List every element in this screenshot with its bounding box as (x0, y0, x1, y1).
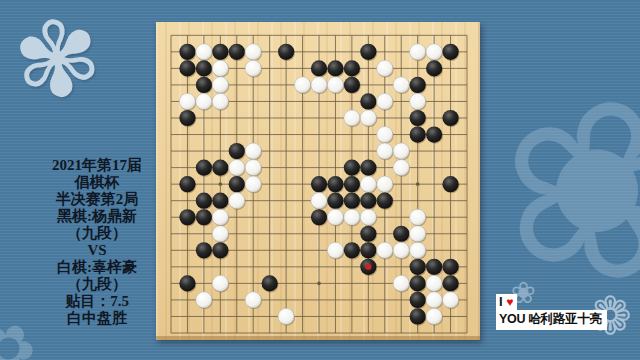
white-stone (245, 44, 261, 60)
heart-icon: ♥ (506, 295, 513, 309)
black-stone (229, 44, 245, 60)
watermark-text: YOU 哈利路亚十亮 (496, 310, 607, 330)
white-stone (393, 143, 409, 159)
white-stone (377, 143, 393, 159)
white-stone (245, 176, 261, 192)
white-stone (410, 226, 426, 242)
white-stone (410, 242, 426, 258)
black-stone (442, 110, 458, 126)
vs-line: VS (22, 242, 172, 259)
white-stone (212, 226, 228, 242)
black-stone (377, 193, 393, 209)
event-name-line: 倡棋杯 (22, 174, 172, 191)
black-stone (344, 242, 360, 258)
go-board (156, 22, 480, 340)
black-stone (262, 275, 278, 291)
white-stone (179, 93, 195, 109)
channel-watermark: I ♥ YOU 哈利路亚十亮 (496, 292, 607, 330)
black-stone (344, 77, 360, 93)
white-stone (245, 160, 261, 176)
black-stone (360, 226, 376, 242)
video-frame: ✾ ❀ ❁ ❀ ✿ 2021年第17届 倡棋杯 半决赛第2局 黑棋:杨鼎新 （九… (0, 0, 640, 360)
black-stone (426, 60, 442, 76)
white-stone (229, 193, 245, 209)
black-stone (442, 259, 458, 275)
black-stone (327, 176, 343, 192)
white-stone (344, 110, 360, 126)
white-stone (377, 176, 393, 192)
black-stone (179, 209, 195, 225)
black-stone (179, 60, 195, 76)
black-stone (311, 209, 327, 225)
black-stone (179, 176, 195, 192)
black-stone (344, 193, 360, 209)
black-stone (410, 292, 426, 308)
white-stone (360, 176, 376, 192)
round-line: 半决赛第2局 (22, 191, 172, 208)
komi-line: 贴目：7.5 (22, 293, 172, 310)
black-stone (278, 44, 294, 60)
watermark-top-row: I ♥ (496, 294, 517, 310)
black-stone (344, 176, 360, 192)
black-stone (311, 60, 327, 76)
white-stone (377, 126, 393, 142)
white-stone (442, 292, 458, 308)
black-stone (410, 77, 426, 93)
white-stone (212, 93, 228, 109)
white-stone (410, 93, 426, 109)
last-move-marker (365, 264, 371, 270)
black-stone (360, 160, 376, 176)
black-stone (196, 60, 212, 76)
black-stone (426, 126, 442, 142)
white-stone (426, 292, 442, 308)
white-stone (196, 93, 212, 109)
white-stone (229, 160, 245, 176)
white-stone (393, 275, 409, 291)
black-stone (212, 193, 228, 209)
black-stone (196, 77, 212, 93)
black-player-line: 黑棋:杨鼎新 (22, 208, 172, 225)
white-stone (360, 209, 376, 225)
white-stone (377, 60, 393, 76)
white-stone (410, 209, 426, 225)
star-point (219, 182, 223, 186)
white-stone (311, 77, 327, 93)
black-stone (179, 44, 195, 60)
event-year-line: 2021年第17届 (22, 157, 172, 174)
black-stone (360, 193, 376, 209)
white-stone (393, 77, 409, 93)
white-stone (294, 77, 310, 93)
white-stone (212, 60, 228, 76)
white-stone (196, 44, 212, 60)
white-stone (344, 209, 360, 225)
black-stone (311, 176, 327, 192)
black-stone (426, 259, 442, 275)
black-stone (212, 242, 228, 258)
white-stone (426, 308, 442, 324)
white-stone (245, 143, 261, 159)
white-rank-line: （九段） (22, 276, 172, 293)
black-stone (410, 110, 426, 126)
result-line: 白中盘胜 (22, 310, 172, 327)
black-stone (410, 259, 426, 275)
black-stone (196, 160, 212, 176)
go-board-svg (156, 22, 480, 340)
white-stone (426, 275, 442, 291)
white-stone (196, 292, 212, 308)
black-stone (196, 209, 212, 225)
white-stone (360, 110, 376, 126)
white-stone (393, 160, 409, 176)
black-stone (360, 44, 376, 60)
white-stone (327, 77, 343, 93)
black-stone (360, 93, 376, 109)
white-stone (377, 93, 393, 109)
white-stone (311, 193, 327, 209)
black-stone (179, 275, 195, 291)
black-stone (344, 160, 360, 176)
black-rank-line: （九段） (22, 225, 172, 242)
white-stone (377, 242, 393, 258)
star-point (317, 282, 321, 286)
black-stone (410, 308, 426, 324)
watermark-letter-i: I (499, 294, 503, 309)
flower-decoration-top-left-icon: ✾ (7, 2, 108, 117)
black-stone (360, 242, 376, 258)
white-stone (212, 275, 228, 291)
white-stone (212, 209, 228, 225)
match-info-panel: 2021年第17届 倡棋杯 半决赛第2局 黑棋:杨鼎新 （九段） VS 白棋:辜… (22, 157, 172, 327)
white-stone (410, 44, 426, 60)
black-stone (327, 193, 343, 209)
white-stone (426, 44, 442, 60)
black-stone (196, 193, 212, 209)
black-stone (229, 143, 245, 159)
black-stone (442, 44, 458, 60)
black-stone (442, 176, 458, 192)
white-stone (327, 209, 343, 225)
white-stone (245, 292, 261, 308)
black-stone (179, 110, 195, 126)
black-stone (196, 242, 212, 258)
black-stone (410, 275, 426, 291)
white-stone (327, 242, 343, 258)
black-stone (393, 226, 409, 242)
black-stone (410, 126, 426, 142)
black-stone (442, 275, 458, 291)
black-stone (212, 160, 228, 176)
white-stone (278, 308, 294, 324)
black-stone (344, 60, 360, 76)
black-stone (212, 44, 228, 60)
white-player-line: 白棋:辜梓豪 (22, 259, 172, 276)
black-stone (229, 176, 245, 192)
white-stone (245, 60, 261, 76)
star-point (416, 182, 420, 186)
white-stone (393, 242, 409, 258)
white-stone (212, 77, 228, 93)
black-stone (327, 60, 343, 76)
